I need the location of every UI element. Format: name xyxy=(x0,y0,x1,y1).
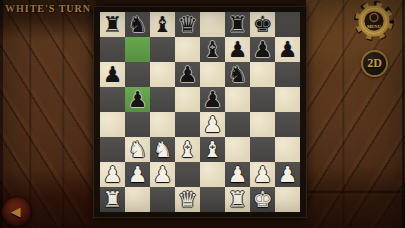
game-screen: WHITE'S TURN ♜♞♝♛♜♚♝♟♟♟♟♟♞♟♟♟♞♞♝♝♟♟♟♟♟♟♜… xyxy=(0,0,405,228)
piece-white-pawn: ♟ xyxy=(150,162,175,187)
piece-white-pawn: ♟ xyxy=(275,162,300,187)
square-e7[interactable]: ♝ xyxy=(200,37,225,62)
square-d7[interactable] xyxy=(175,37,200,62)
piece-black-bishop: ♝ xyxy=(150,12,175,37)
square-h7[interactable]: ♟ xyxy=(275,37,300,62)
square-e3[interactable]: ♝ xyxy=(200,137,225,162)
back-button[interactable]: ◀ xyxy=(1,196,32,227)
square-f4[interactable] xyxy=(225,112,250,137)
square-e5[interactable]: ♟ xyxy=(200,87,225,112)
piece-black-pawn: ♟ xyxy=(100,62,125,87)
menu-button[interactable]: MENU xyxy=(354,1,394,41)
piece-white-pawn: ♟ xyxy=(225,162,250,187)
square-d8[interactable]: ♛ xyxy=(175,12,200,37)
square-g4[interactable] xyxy=(250,112,275,137)
piece-black-knight: ♞ xyxy=(125,12,150,37)
turn-indicator: WHITE'S TURN xyxy=(5,3,91,14)
chess-board: ♜♞♝♛♜♚♝♟♟♟♟♟♞♟♟♟♞♞♝♝♟♟♟♟♟♟♜♛♜♚ xyxy=(100,12,300,212)
view-2d-toggle[interactable]: 2D xyxy=(361,50,388,77)
square-b4[interactable] xyxy=(125,112,150,137)
square-f8[interactable]: ♜ xyxy=(225,12,250,37)
piece-black-king: ♚ xyxy=(250,12,275,37)
square-b8[interactable]: ♞ xyxy=(125,12,150,37)
square-d6[interactable]: ♟ xyxy=(175,62,200,87)
square-f7[interactable]: ♟ xyxy=(225,37,250,62)
square-c4[interactable] xyxy=(150,112,175,137)
square-c7[interactable] xyxy=(150,37,175,62)
square-a1[interactable]: ♜ xyxy=(100,187,125,212)
square-b2[interactable]: ♟ xyxy=(125,162,150,187)
square-c3[interactable]: ♞ xyxy=(150,137,175,162)
piece-black-pawn: ♟ xyxy=(200,87,225,112)
piece-black-pawn: ♟ xyxy=(225,37,250,62)
square-e8[interactable] xyxy=(200,12,225,37)
square-d1[interactable]: ♛ xyxy=(175,187,200,212)
square-h6[interactable] xyxy=(275,62,300,87)
square-a4[interactable] xyxy=(100,112,125,137)
square-b1[interactable] xyxy=(125,187,150,212)
square-a6[interactable]: ♟ xyxy=(100,62,125,87)
piece-white-bishop: ♝ xyxy=(200,137,225,162)
square-g1[interactable]: ♚ xyxy=(250,187,275,212)
square-g5[interactable] xyxy=(250,87,275,112)
piece-white-pawn: ♟ xyxy=(100,162,125,187)
square-h2[interactable]: ♟ xyxy=(275,162,300,187)
square-g6[interactable] xyxy=(250,62,275,87)
piece-white-king: ♚ xyxy=(250,187,275,212)
view-2d-label: 2D xyxy=(367,56,382,71)
piece-white-knight: ♞ xyxy=(150,137,175,162)
menu-button-label: MENU xyxy=(367,24,382,29)
square-a2[interactable]: ♟ xyxy=(100,162,125,187)
square-a5[interactable] xyxy=(100,87,125,112)
piece-white-pawn: ♟ xyxy=(250,162,275,187)
board-frame: ♜♞♝♛♜♚♝♟♟♟♟♟♞♟♟♟♞♞♝♝♟♟♟♟♟♟♜♛♜♚ xyxy=(93,6,307,218)
piece-white-queen: ♛ xyxy=(175,187,200,212)
square-e1[interactable] xyxy=(200,187,225,212)
piece-black-rook: ♜ xyxy=(225,12,250,37)
piece-black-pawn: ♟ xyxy=(175,62,200,87)
square-f2[interactable]: ♟ xyxy=(225,162,250,187)
square-b6[interactable] xyxy=(125,62,150,87)
square-g7[interactable]: ♟ xyxy=(250,37,275,62)
square-f3[interactable] xyxy=(225,137,250,162)
piece-black-pawn: ♟ xyxy=(125,87,150,112)
square-b3[interactable]: ♞ xyxy=(125,137,150,162)
piece-white-knight: ♞ xyxy=(125,137,150,162)
piece-white-pawn: ♟ xyxy=(125,162,150,187)
square-e6[interactable] xyxy=(200,62,225,87)
piece-white-pawn: ♟ xyxy=(200,112,225,137)
square-f1[interactable]: ♜ xyxy=(225,187,250,212)
square-a7[interactable] xyxy=(100,37,125,62)
piece-black-pawn: ♟ xyxy=(275,37,300,62)
square-e2[interactable] xyxy=(200,162,225,187)
square-h1[interactable] xyxy=(275,187,300,212)
square-h5[interactable] xyxy=(275,87,300,112)
square-f6[interactable]: ♞ xyxy=(225,62,250,87)
square-c1[interactable] xyxy=(150,187,175,212)
piece-black-pawn: ♟ xyxy=(250,37,275,62)
square-e4[interactable]: ♟ xyxy=(200,112,225,137)
square-c2[interactable]: ♟ xyxy=(150,162,175,187)
square-g8[interactable]: ♚ xyxy=(250,12,275,37)
wood-panel-left xyxy=(0,0,96,228)
square-b7[interactable] xyxy=(125,37,150,62)
piece-black-rook: ♜ xyxy=(100,12,125,37)
piece-white-rook: ♜ xyxy=(225,187,250,212)
piece-white-rook: ♜ xyxy=(100,187,125,212)
square-a3[interactable] xyxy=(100,137,125,162)
square-g3[interactable] xyxy=(250,137,275,162)
square-h3[interactable] xyxy=(275,137,300,162)
square-c5[interactable] xyxy=(150,87,175,112)
square-d5[interactable] xyxy=(175,87,200,112)
square-d3[interactable]: ♝ xyxy=(175,137,200,162)
piece-white-bishop: ♝ xyxy=(175,137,200,162)
square-b5[interactable]: ♟ xyxy=(125,87,150,112)
square-c8[interactable]: ♝ xyxy=(150,12,175,37)
square-h4[interactable] xyxy=(275,112,300,137)
gear-icon: MENU xyxy=(354,1,394,41)
back-arrow-icon: ◀ xyxy=(11,205,21,218)
square-d4[interactable] xyxy=(175,112,200,137)
piece-black-knight: ♞ xyxy=(225,62,250,87)
square-a8[interactable]: ♜ xyxy=(100,12,125,37)
square-d2[interactable] xyxy=(175,162,200,187)
square-g2[interactable]: ♟ xyxy=(250,162,275,187)
square-f5[interactable] xyxy=(225,87,250,112)
square-c6[interactable] xyxy=(150,62,175,87)
piece-black-queen: ♛ xyxy=(175,12,200,37)
piece-black-bishop: ♝ xyxy=(200,37,225,62)
square-h8[interactable] xyxy=(275,12,300,37)
